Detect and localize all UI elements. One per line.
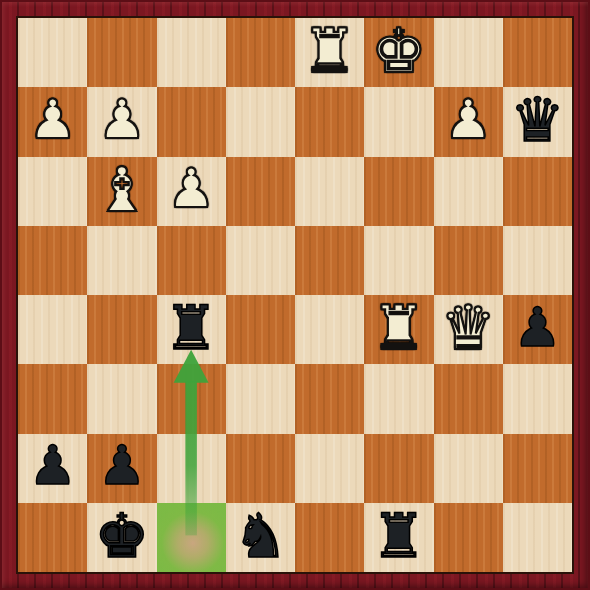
black-rook-c4[interactable]: ♜	[164, 297, 219, 358]
square-g8[interactable]	[434, 18, 503, 87]
square-a6[interactable]	[18, 157, 87, 226]
square-e5[interactable]	[295, 226, 364, 295]
square-d3[interactable]	[226, 364, 295, 433]
white-pawn-b7[interactable]: ♟	[98, 93, 146, 147]
square-h5[interactable]	[503, 226, 572, 295]
square-g2[interactable]	[434, 434, 503, 503]
square-b7[interactable]: ♟	[87, 87, 156, 156]
square-f4[interactable]: ♜	[364, 295, 433, 364]
square-a5[interactable]	[18, 226, 87, 295]
square-h3[interactable]	[503, 364, 572, 433]
square-f8[interactable]: ♚	[364, 18, 433, 87]
square-c4[interactable]: ♜	[157, 295, 226, 364]
white-bishop-b6[interactable]: ♝	[95, 159, 150, 220]
square-f6[interactable]	[364, 157, 433, 226]
board-frame: ♜♚♟♟♟♛♝♟♜♜♛♟♟♟♚♞♜	[0, 0, 590, 590]
square-h2[interactable]	[503, 434, 572, 503]
square-h7[interactable]: ♛	[503, 87, 572, 156]
black-rook-f1[interactable]: ♜	[372, 505, 427, 566]
square-g3[interactable]	[434, 364, 503, 433]
square-f5[interactable]	[364, 226, 433, 295]
square-d6[interactable]	[226, 157, 295, 226]
square-d8[interactable]	[226, 18, 295, 87]
square-a1[interactable]	[18, 503, 87, 572]
square-f3[interactable]	[364, 364, 433, 433]
square-b1[interactable]: ♚	[87, 503, 156, 572]
square-c8[interactable]	[157, 18, 226, 87]
square-a7[interactable]: ♟	[18, 87, 87, 156]
square-f7[interactable]	[364, 87, 433, 156]
white-pawn-g7[interactable]: ♟	[444, 93, 492, 147]
white-rook-e8[interactable]: ♜	[302, 20, 357, 81]
white-king-f8[interactable]: ♚	[372, 20, 427, 81]
square-c6[interactable]: ♟	[157, 157, 226, 226]
square-c5[interactable]	[157, 226, 226, 295]
black-king-b1[interactable]: ♚	[95, 505, 150, 566]
square-g6[interactable]	[434, 157, 503, 226]
square-e3[interactable]	[295, 364, 364, 433]
square-c7[interactable]	[157, 87, 226, 156]
square-e8[interactable]: ♜	[295, 18, 364, 87]
square-h4[interactable]: ♟	[503, 295, 572, 364]
black-pawn-h4[interactable]: ♟	[513, 301, 561, 355]
square-e4[interactable]	[295, 295, 364, 364]
square-d7[interactable]	[226, 87, 295, 156]
square-e1[interactable]	[295, 503, 364, 572]
square-a4[interactable]	[18, 295, 87, 364]
square-c3[interactable]	[157, 364, 226, 433]
square-e7[interactable]	[295, 87, 364, 156]
square-e6[interactable]	[295, 157, 364, 226]
square-b8[interactable]	[87, 18, 156, 87]
square-b2[interactable]: ♟	[87, 434, 156, 503]
square-b6[interactable]: ♝	[87, 157, 156, 226]
white-queen-g4[interactable]: ♛	[441, 297, 496, 358]
white-rook-f4[interactable]: ♜	[372, 297, 427, 358]
black-pawn-b2[interactable]: ♟	[98, 439, 146, 493]
square-d2[interactable]	[226, 434, 295, 503]
black-knight-d1[interactable]: ♞	[233, 505, 288, 566]
square-g5[interactable]	[434, 226, 503, 295]
square-a2[interactable]: ♟	[18, 434, 87, 503]
square-d4[interactable]	[226, 295, 295, 364]
square-b4[interactable]	[87, 295, 156, 364]
square-c2[interactable]	[157, 434, 226, 503]
square-b5[interactable]	[87, 226, 156, 295]
square-g7[interactable]: ♟	[434, 87, 503, 156]
square-a3[interactable]	[18, 364, 87, 433]
square-a8[interactable]	[18, 18, 87, 87]
white-pawn-c6[interactable]: ♟	[167, 162, 215, 216]
chess-board: ♜♚♟♟♟♛♝♟♜♜♛♟♟♟♚♞♜	[16, 16, 574, 574]
square-h6[interactable]	[503, 157, 572, 226]
white-pawn-a7[interactable]: ♟	[28, 93, 76, 147]
square-c1[interactable]	[157, 503, 226, 572]
square-h8[interactable]	[503, 18, 572, 87]
square-f2[interactable]	[364, 434, 433, 503]
square-b3[interactable]	[87, 364, 156, 433]
black-queen-h7[interactable]: ♛	[510, 89, 565, 150]
square-d5[interactable]	[226, 226, 295, 295]
square-g1[interactable]	[434, 503, 503, 572]
square-e2[interactable]	[295, 434, 364, 503]
black-pawn-a2[interactable]: ♟	[28, 439, 76, 493]
square-f1[interactable]: ♜	[364, 503, 433, 572]
square-d1[interactable]: ♞	[226, 503, 295, 572]
chess-app-window: ♜♚♟♟♟♛♝♟♜♜♛♟♟♟♚♞♜	[0, 0, 590, 590]
square-g4[interactable]: ♛	[434, 295, 503, 364]
square-h1[interactable]	[503, 503, 572, 572]
